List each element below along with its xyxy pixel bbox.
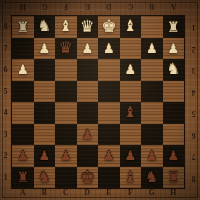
piece-black-queen: ♛ (59, 40, 73, 56)
square-h3 (163, 124, 185, 146)
square-c3 (55, 124, 77, 146)
piece-white-king: ♚ (101, 18, 116, 35)
square-e7: ♟ (98, 38, 120, 60)
rank-label-4: 4 (0, 102, 11, 124)
square-g1: ♞ (141, 167, 163, 189)
rank-label-right-7: 7 (188, 145, 199, 167)
file-label-top-c: C (120, 1, 142, 13)
file-labels-bottom: ABCDEFGH (12, 187, 184, 198)
square-c6 (55, 59, 77, 81)
square-d4 (77, 102, 99, 124)
square-g7: ♟ (141, 38, 163, 60)
rank-label-right-6: 6 (188, 124, 199, 146)
square-d5 (77, 81, 99, 103)
square-a5 (12, 81, 34, 103)
square-b1: ♞ (34, 167, 56, 189)
piece-white-knight: ♞ (167, 62, 180, 77)
file-labels-top: HGFEDCBA (12, 1, 184, 13)
square-e8: ♚ (98, 16, 120, 38)
square-b5 (34, 81, 56, 103)
square-c8: ♝ (55, 16, 77, 38)
square-a8: ♜ (12, 16, 34, 38)
piece-white-pawn: ♟ (146, 42, 158, 55)
square-f6: ♟ (120, 59, 142, 81)
square-d8: ♛ (77, 16, 99, 38)
rank-label-8: 8 (0, 16, 11, 38)
square-e4 (98, 102, 120, 124)
piece-black-bishop: ♝ (124, 170, 137, 185)
square-f2: ♟ (120, 145, 142, 167)
rank-labels-right: 12345678 (188, 16, 199, 188)
square-h4 (163, 102, 185, 124)
square-a3 (12, 124, 34, 146)
piece-white-pawn: ♟ (38, 42, 50, 55)
piece-black-pawn: ♟ (17, 149, 29, 162)
file-label-h: H (163, 187, 185, 198)
file-label-g: G (141, 187, 163, 198)
square-e3 (98, 124, 120, 146)
square-a7 (12, 38, 34, 60)
square-d7: ♟ (77, 38, 99, 60)
square-g6 (141, 59, 163, 81)
piece-white-bishop: ♝ (124, 19, 137, 34)
square-g8 (141, 16, 163, 38)
piece-black-pawn: ♟ (38, 149, 50, 162)
rank-label-right-3: 3 (188, 59, 199, 81)
piece-black-pawn: ♟ (167, 149, 179, 162)
piece-black-knight: ♞ (38, 170, 51, 185)
piece-white-pawn: ♟ (17, 63, 29, 76)
square-h8: ♜ (163, 16, 185, 38)
square-a2: ♟ (12, 145, 34, 167)
rank-label-right-8: 8 (188, 167, 199, 189)
rank-label-7: 7 (0, 38, 11, 60)
square-b8: ♞ (34, 16, 56, 38)
square-f4: ♝ (120, 102, 142, 124)
file-label-b: B (34, 187, 56, 198)
square-a4 (12, 102, 34, 124)
piece-white-rook: ♜ (167, 20, 180, 34)
square-f1: ♝ (120, 167, 142, 189)
square-a6: ♟ (12, 59, 34, 81)
piece-white-knight: ♞ (38, 19, 51, 34)
rank-label-3: 3 (0, 124, 11, 146)
square-c1 (55, 167, 77, 189)
rank-label-6: 6 (0, 59, 11, 81)
square-d6 (77, 59, 99, 81)
file-label-top-b: B (141, 1, 163, 13)
square-h6: ♞ (163, 59, 185, 81)
piece-black-knight: ♞ (145, 170, 158, 185)
square-f8: ♝ (120, 16, 142, 38)
piece-white-bishop: ♝ (59, 19, 72, 34)
piece-white-rook: ♜ (16, 20, 29, 34)
square-a1: ♜ (12, 167, 34, 189)
square-c4 (55, 102, 77, 124)
square-e2: ♟ (98, 145, 120, 167)
piece-black-bishop: ♝ (124, 105, 137, 120)
piece-white-queen: ♛ (80, 19, 94, 35)
file-label-top-a: A (163, 1, 185, 13)
square-h7: ♟ (163, 38, 185, 60)
file-label-a: A (12, 187, 34, 198)
rank-label-right-4: 4 (188, 81, 199, 103)
piece-black-rook: ♜ (16, 170, 29, 184)
square-b2: ♟ (34, 145, 56, 167)
file-label-f: F (120, 187, 142, 198)
square-e5 (98, 81, 120, 103)
square-c2: ♟ (55, 145, 77, 167)
square-g2: ♟ (141, 145, 163, 167)
file-label-top-g: G (34, 1, 56, 13)
file-label-d: D (77, 187, 99, 198)
chess-board: ♜♞♝♛♚♝♜♟♛♟♟♟♟♟♟♞♝♟♟♟♟♟♟♟♟♜♞♚♝♞♜ (12, 16, 184, 188)
square-h5 (163, 81, 185, 103)
square-c7: ♛ (55, 38, 77, 60)
square-b7: ♟ (34, 38, 56, 60)
square-g4 (141, 102, 163, 124)
file-label-c: C (55, 187, 77, 198)
chessboard-photo: ♜♞♝♛♚♝♜♟♛♟♟♟♟♟♟♞♝♟♟♟♟♟♟♟♟♜♞♚♝♞♜ ABCDEFGH… (0, 0, 200, 200)
square-b3 (34, 124, 56, 146)
rank-label-1: 1 (0, 167, 11, 189)
file-label-e: E (98, 187, 120, 198)
piece-white-pawn: ♟ (81, 42, 93, 55)
square-g5 (141, 81, 163, 103)
piece-white-pawn: ♟ (124, 63, 136, 76)
file-label-top-e: E (77, 1, 99, 13)
rank-label-right-1: 1 (188, 16, 199, 38)
square-d1: ♚ (77, 167, 99, 189)
file-label-top-h: H (12, 1, 34, 13)
piece-black-rook: ♜ (167, 170, 180, 184)
piece-white-pawn: ♟ (103, 42, 115, 55)
square-f7 (120, 38, 142, 60)
piece-black-king: ♚ (80, 169, 95, 186)
piece-black-pawn: ♟ (81, 128, 93, 141)
square-g3 (141, 124, 163, 146)
rank-labels-left: 87654321 (0, 16, 11, 188)
rank-label-right-2: 2 (188, 38, 199, 60)
square-d3: ♟ (77, 124, 99, 146)
piece-black-pawn: ♟ (124, 149, 136, 162)
square-h2: ♟ (163, 145, 185, 167)
square-e1 (98, 167, 120, 189)
square-b4 (34, 102, 56, 124)
square-f5 (120, 81, 142, 103)
square-e6 (98, 59, 120, 81)
piece-black-pawn: ♟ (60, 149, 72, 162)
rank-label-5: 5 (0, 81, 11, 103)
piece-black-pawn: ♟ (146, 149, 158, 162)
square-d2 (77, 145, 99, 167)
square-c5 (55, 81, 77, 103)
rank-label-2: 2 (0, 145, 11, 167)
file-label-top-d: D (98, 1, 120, 13)
piece-white-pawn: ♟ (167, 42, 179, 55)
file-label-top-f: F (55, 1, 77, 13)
square-b6 (34, 59, 56, 81)
piece-black-pawn: ♟ (103, 149, 115, 162)
square-f3 (120, 124, 142, 146)
rank-label-right-5: 5 (188, 102, 199, 124)
square-h1: ♜ (163, 167, 185, 189)
